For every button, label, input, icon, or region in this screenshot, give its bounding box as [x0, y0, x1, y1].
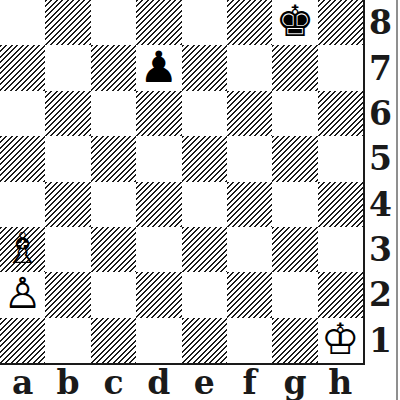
file-label-f: f [227, 365, 272, 400]
square-e1[interactable] [182, 318, 227, 363]
square-d2[interactable] [136, 272, 181, 317]
square-a5[interactable] [0, 136, 45, 181]
square-c1[interactable] [91, 318, 136, 363]
square-e7[interactable] [182, 45, 227, 90]
square-a1[interactable] [0, 318, 45, 363]
square-f6[interactable] [227, 91, 272, 136]
rank-label-4: 4 [365, 182, 396, 227]
square-e6[interactable] [182, 91, 227, 136]
square-h5[interactable] [318, 136, 363, 181]
rank-label-1: 1 [365, 318, 396, 363]
square-g7[interactable] [272, 45, 317, 90]
square-b5[interactable] [45, 136, 90, 181]
black-king[interactable]: ♚ [276, 0, 315, 43]
rank-label-5: 5 [365, 136, 396, 181]
square-a6[interactable] [0, 91, 45, 136]
square-g5[interactable] [272, 136, 317, 181]
square-e8[interactable] [182, 0, 227, 45]
square-b7[interactable] [45, 45, 90, 90]
square-b2[interactable] [45, 272, 90, 317]
square-h7[interactable] [318, 45, 363, 90]
square-c3[interactable] [91, 227, 136, 272]
square-e2[interactable] [182, 272, 227, 317]
board: ♚♟♗♙♔ [0, 0, 365, 365]
rank-label-8: 8 [365, 0, 396, 45]
square-g2[interactable] [272, 272, 317, 317]
square-d4[interactable] [136, 182, 181, 227]
square-c4[interactable] [91, 182, 136, 227]
square-a2[interactable]: ♙ [0, 272, 45, 317]
square-c2[interactable] [91, 272, 136, 317]
square-a3[interactable]: ♗ [0, 227, 45, 272]
file-label-g: g [272, 365, 317, 400]
square-d3[interactable] [136, 227, 181, 272]
square-h6[interactable] [318, 91, 363, 136]
square-b8[interactable] [45, 0, 90, 45]
square-g6[interactable] [272, 91, 317, 136]
square-d5[interactable] [136, 136, 181, 181]
file-label-a: a [0, 365, 45, 400]
square-f1[interactable] [227, 318, 272, 363]
rank-labels: 87654321 [365, 0, 396, 363]
white-bishop[interactable]: ♗ [3, 227, 42, 270]
rank-label-3: 3 [365, 227, 396, 272]
right-edge-line [396, 0, 398, 400]
square-f2[interactable] [227, 272, 272, 317]
square-d1[interactable] [136, 318, 181, 363]
square-c6[interactable] [91, 91, 136, 136]
square-h3[interactable] [318, 227, 363, 272]
square-b3[interactable] [45, 227, 90, 272]
square-b4[interactable] [45, 182, 90, 227]
square-e5[interactable] [182, 136, 227, 181]
rank-label-7: 7 [365, 45, 396, 90]
file-label-d: d [136, 365, 181, 400]
square-h2[interactable] [318, 272, 363, 317]
file-label-e: e [182, 365, 227, 400]
chess-diagram: ♚♟♗♙♔ 87654321 abcdefgh [0, 0, 400, 400]
square-f4[interactable] [227, 182, 272, 227]
square-a8[interactable] [0, 0, 45, 45]
square-c8[interactable] [91, 0, 136, 45]
square-f7[interactable] [227, 45, 272, 90]
square-f3[interactable] [227, 227, 272, 272]
white-king[interactable]: ♔ [321, 318, 360, 361]
rank-label-6: 6 [365, 91, 396, 136]
square-a4[interactable] [0, 182, 45, 227]
square-b6[interactable] [45, 91, 90, 136]
black-pawn[interactable]: ♟ [140, 46, 179, 89]
file-label-h: h [318, 365, 363, 400]
square-g3[interactable] [272, 227, 317, 272]
white-pawn[interactable]: ♙ [3, 272, 42, 315]
file-labels: abcdefgh [0, 365, 363, 400]
square-e3[interactable] [182, 227, 227, 272]
square-g4[interactable] [272, 182, 317, 227]
square-c5[interactable] [91, 136, 136, 181]
square-d6[interactable] [136, 91, 181, 136]
square-g1[interactable] [272, 318, 317, 363]
file-label-c: c [91, 365, 136, 400]
square-e4[interactable] [182, 182, 227, 227]
square-h1[interactable]: ♔ [318, 318, 363, 363]
file-label-b: b [45, 365, 90, 400]
square-h8[interactable] [318, 0, 363, 45]
rank-label-2: 2 [365, 272, 396, 317]
square-a7[interactable] [0, 45, 45, 90]
square-f5[interactable] [227, 136, 272, 181]
square-f8[interactable] [227, 0, 272, 45]
square-d7[interactable]: ♟ [136, 45, 181, 90]
square-g8[interactable]: ♚ [272, 0, 317, 45]
square-c7[interactable] [91, 45, 136, 90]
square-d8[interactable] [136, 0, 181, 45]
square-h4[interactable] [318, 182, 363, 227]
square-b1[interactable] [45, 318, 90, 363]
